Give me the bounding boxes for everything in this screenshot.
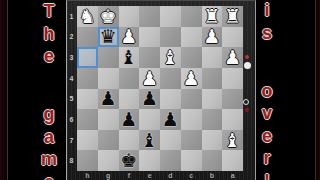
square-f2[interactable]: ♟ bbox=[119, 27, 140, 48]
rank-label-4: 4 bbox=[66, 68, 77, 89]
square-a3[interactable]: ♟ bbox=[222, 47, 243, 68]
square-b4[interactable] bbox=[202, 68, 223, 89]
square-b8[interactable] bbox=[202, 150, 223, 171]
square-b2[interactable]: ♟ bbox=[202, 27, 223, 48]
white-pawn-e4: ♟ bbox=[141, 69, 158, 88]
square-g3[interactable] bbox=[98, 47, 119, 68]
square-g5[interactable]: ♟ bbox=[98, 89, 119, 110]
rank-label-6: 6 bbox=[66, 109, 77, 130]
square-a6[interactable] bbox=[222, 109, 243, 130]
square-c4[interactable]: ♟ bbox=[181, 68, 202, 89]
rank-label-1: 1 bbox=[66, 6, 77, 27]
rank-label-7: 7 bbox=[66, 130, 77, 151]
square-e1[interactable] bbox=[139, 6, 160, 27]
black-king-f8: ♚ bbox=[120, 151, 137, 170]
white-pawn-a3: ♟ bbox=[224, 48, 241, 67]
left-frame-edge bbox=[0, 0, 8, 180]
square-b7[interactable] bbox=[202, 130, 223, 151]
square-f8[interactable]: ♚ bbox=[119, 150, 140, 171]
square-g7[interactable] bbox=[98, 130, 119, 151]
square-g8[interactable] bbox=[98, 150, 119, 171]
square-c1[interactable] bbox=[181, 6, 202, 27]
square-h7[interactable] bbox=[77, 130, 98, 151]
square-a1[interactable]: ♜ bbox=[222, 6, 243, 27]
file-label-f: f bbox=[119, 170, 140, 180]
white-bishop-a7: ♝ bbox=[224, 131, 241, 150]
square-h4[interactable] bbox=[77, 68, 98, 89]
square-c3[interactable] bbox=[181, 47, 202, 68]
square-f4[interactable] bbox=[119, 68, 140, 89]
black-bishop-e7: ♝ bbox=[141, 131, 158, 150]
square-d6[interactable]: ♟ bbox=[160, 109, 181, 130]
square-d4[interactable] bbox=[160, 68, 181, 89]
square-e4[interactable]: ♟ bbox=[139, 68, 160, 89]
file-label-a: a bbox=[222, 170, 243, 180]
file-label-g: g bbox=[98, 170, 119, 180]
square-h2[interactable] bbox=[77, 27, 98, 48]
white-rook-a1: ♜ bbox=[224, 7, 241, 26]
square-d2[interactable] bbox=[160, 27, 181, 48]
square-h1[interactable]: ♞ bbox=[77, 6, 98, 27]
square-a2[interactable] bbox=[222, 27, 243, 48]
rank-label-3: 3 bbox=[66, 47, 77, 68]
caption-left: The game bbox=[38, 1, 60, 180]
white-pawn-f2: ♟ bbox=[120, 27, 137, 46]
black-player-ring bbox=[243, 99, 249, 105]
square-e8[interactable] bbox=[139, 150, 160, 171]
square-c5[interactable] bbox=[181, 89, 202, 110]
square-f6[interactable]: ♟ bbox=[119, 109, 140, 130]
file-labels: hgfedcba bbox=[77, 170, 243, 180]
rank-label-8: 8 bbox=[66, 150, 77, 171]
square-a8[interactable] bbox=[222, 150, 243, 171]
rank-labels: 12345678 bbox=[66, 6, 77, 171]
record-dot-top bbox=[245, 55, 249, 59]
square-b5[interactable] bbox=[202, 89, 223, 110]
square-b6[interactable] bbox=[202, 109, 223, 130]
white-king-g1: ♚ bbox=[100, 7, 117, 26]
square-d8[interactable] bbox=[160, 150, 181, 171]
square-b3[interactable] bbox=[202, 47, 223, 68]
square-a5[interactable] bbox=[222, 89, 243, 110]
file-label-b: b bbox=[202, 170, 223, 180]
square-e6[interactable] bbox=[139, 109, 160, 130]
white-pawn-c4: ♟ bbox=[183, 69, 200, 88]
white-knight-h1: ♞ bbox=[79, 7, 96, 26]
rank-label-2: 2 bbox=[66, 27, 77, 48]
square-e2[interactable] bbox=[139, 27, 160, 48]
file-label-d: d bbox=[160, 170, 181, 180]
square-d3[interactable]: ♝ bbox=[160, 47, 181, 68]
black-pawn-e5: ♟ bbox=[141, 89, 158, 108]
square-h8[interactable] bbox=[77, 150, 98, 171]
black-bishop-f3: ♝ bbox=[120, 48, 137, 67]
square-e3[interactable] bbox=[139, 47, 160, 68]
square-c6[interactable] bbox=[181, 109, 202, 130]
square-e7[interactable]: ♝ bbox=[139, 130, 160, 151]
white-bishop-d3: ♝ bbox=[162, 48, 179, 67]
white-rook-b1: ♜ bbox=[203, 7, 220, 26]
rank-label-5: 5 bbox=[66, 89, 77, 110]
file-label-c: c bbox=[181, 170, 202, 180]
square-f5[interactable] bbox=[119, 89, 140, 110]
square-c2[interactable] bbox=[181, 27, 202, 48]
file-label-e: e bbox=[139, 170, 160, 180]
chess-board: ♞♚♜♜♛♟♟♝♝♟♟♟♟♟♟♟♝♝♚ bbox=[77, 6, 243, 171]
square-f1[interactable] bbox=[119, 6, 140, 27]
square-a4[interactable] bbox=[222, 68, 243, 89]
white-player-dot bbox=[244, 62, 251, 69]
right-frame-edge bbox=[315, 0, 320, 180]
square-d7[interactable] bbox=[160, 130, 181, 151]
square-h3[interactable] bbox=[77, 47, 98, 68]
record-dot-bottom bbox=[245, 108, 249, 112]
square-b1[interactable]: ♜ bbox=[202, 6, 223, 27]
square-c7[interactable] bbox=[181, 130, 202, 151]
square-a7[interactable]: ♝ bbox=[222, 130, 243, 151]
square-f7[interactable] bbox=[119, 130, 140, 151]
black-pawn-f6: ♟ bbox=[120, 110, 137, 129]
black-queen-g2: ♛ bbox=[100, 27, 117, 46]
square-g6[interactable] bbox=[98, 109, 119, 130]
square-g1[interactable]: ♚ bbox=[98, 6, 119, 27]
video-frame: The game is over! 12345678 ♞♚♜♜♛♟♟♝♝♟♟♟♟… bbox=[0, 0, 320, 180]
file-label-h: h bbox=[77, 170, 98, 180]
square-e5[interactable]: ♟ bbox=[139, 89, 160, 110]
black-pawn-g5: ♟ bbox=[100, 89, 117, 108]
square-c8[interactable] bbox=[181, 150, 202, 171]
black-pawn-d6: ♟ bbox=[162, 110, 179, 129]
white-pawn-b2: ♟ bbox=[203, 27, 220, 46]
square-f3[interactable]: ♝ bbox=[119, 47, 140, 68]
square-d1[interactable] bbox=[160, 6, 181, 27]
square-g2[interactable]: ♛ bbox=[98, 27, 119, 48]
caption-right: is over! bbox=[256, 0, 278, 180]
square-h5[interactable] bbox=[77, 89, 98, 110]
square-d5[interactable] bbox=[160, 89, 181, 110]
square-h6[interactable] bbox=[77, 109, 98, 130]
square-g4[interactable] bbox=[98, 68, 119, 89]
